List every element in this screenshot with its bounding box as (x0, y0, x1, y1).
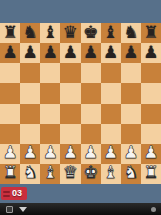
square-b4[interactable] (20, 104, 40, 124)
piece-black-pawn: ♟ (83, 44, 98, 61)
piece-white-queen: ♛ (63, 164, 78, 181)
square-d6[interactable] (60, 63, 80, 83)
piece-black-queen: ♛ (63, 24, 78, 41)
piece-white-pawn: ♟ (123, 144, 138, 161)
square-c7[interactable]: ♟ (40, 43, 60, 63)
piece-black-pawn: ♟ (123, 44, 138, 61)
square-d8[interactable]: ♛ (60, 23, 80, 43)
board-frame-bottom: 03 (0, 184, 161, 203)
square-b3[interactable] (20, 124, 40, 144)
square-g8[interactable]: ♞ (121, 23, 141, 43)
move-counter-badge: 03 (1, 187, 27, 200)
square-a3[interactable] (0, 124, 20, 144)
square-b6[interactable] (20, 63, 40, 83)
square-h1[interactable]: ♜ (141, 164, 161, 184)
overflow-dot-icon[interactable] (151, 207, 156, 212)
piece-black-pawn: ♟ (103, 44, 118, 61)
piece-black-rook: ♜ (143, 24, 158, 41)
square-c1[interactable]: ♝ (40, 164, 60, 184)
square-c3[interactable] (40, 124, 60, 144)
square-a1[interactable]: ♜ (0, 164, 20, 184)
piece-white-knight: ♞ (123, 164, 138, 181)
square-g7[interactable]: ♟ (121, 43, 141, 63)
square-c5[interactable] (40, 83, 60, 103)
square-h2[interactable]: ♟ (141, 144, 161, 164)
piece-white-rook: ♜ (143, 164, 158, 181)
square-b5[interactable] (20, 83, 40, 103)
square-e6[interactable] (81, 63, 101, 83)
square-b7[interactable]: ♟ (20, 43, 40, 63)
square-h5[interactable] (141, 83, 161, 103)
piece-black-pawn: ♟ (143, 44, 158, 61)
square-c2[interactable]: ♟ (40, 144, 60, 164)
square-h6[interactable] (141, 63, 161, 83)
square-g4[interactable] (121, 104, 141, 124)
square-a7[interactable]: ♟ (0, 43, 20, 63)
square-g5[interactable] (121, 83, 141, 103)
square-g1[interactable]: ♞ (121, 164, 141, 184)
square-d3[interactable] (60, 124, 80, 144)
piece-black-king: ♚ (83, 24, 98, 41)
piece-black-rook: ♜ (2, 24, 17, 41)
square-f2[interactable]: ♟ (101, 144, 121, 164)
square-f6[interactable] (101, 63, 121, 83)
piece-black-bishop: ♝ (103, 24, 118, 41)
square-f7[interactable]: ♟ (101, 43, 121, 63)
piece-white-pawn: ♟ (2, 144, 17, 161)
square-d1[interactable]: ♛ (60, 164, 80, 184)
square-h3[interactable] (141, 124, 161, 144)
square-d2[interactable]: ♟ (60, 144, 80, 164)
piece-white-pawn: ♟ (143, 144, 158, 161)
board-frame-top (0, 0, 161, 23)
square-c4[interactable] (40, 104, 60, 124)
piece-white-knight: ♞ (23, 164, 38, 181)
square-c8[interactable]: ♝ (40, 23, 60, 43)
square-d7[interactable]: ♟ (60, 43, 80, 63)
piece-white-bishop: ♝ (103, 164, 118, 181)
square-b1[interactable]: ♞ (20, 164, 40, 184)
piece-white-pawn: ♟ (43, 144, 58, 161)
square-h8[interactable]: ♜ (141, 23, 161, 43)
piece-white-rook: ♜ (2, 164, 17, 181)
piece-white-king: ♚ (83, 164, 98, 181)
square-a4[interactable] (0, 104, 20, 124)
piece-white-pawn: ♟ (23, 144, 38, 161)
square-g6[interactable] (121, 63, 141, 83)
square-b2[interactable]: ♟ (20, 144, 40, 164)
square-e1[interactable]: ♚ (81, 164, 101, 184)
square-c6[interactable] (40, 63, 60, 83)
square-a8[interactable]: ♜ (0, 23, 20, 43)
square-f8[interactable]: ♝ (101, 23, 121, 43)
square-e4[interactable] (81, 104, 101, 124)
dropdown-arrow-icon[interactable] (19, 207, 27, 212)
piece-black-pawn: ♟ (23, 44, 38, 61)
square-e5[interactable] (81, 83, 101, 103)
square-a5[interactable] (0, 83, 20, 103)
square-b8[interactable]: ♞ (20, 23, 40, 43)
square-h4[interactable] (141, 104, 161, 124)
piece-black-pawn: ♟ (2, 44, 17, 61)
square-f3[interactable] (101, 124, 121, 144)
square-f1[interactable]: ♝ (101, 164, 121, 184)
square-a6[interactable] (0, 63, 20, 83)
square-e3[interactable] (81, 124, 101, 144)
piece-black-knight: ♞ (123, 24, 138, 41)
square-e7[interactable]: ♟ (81, 43, 101, 63)
bottom-system-bar (0, 203, 161, 215)
square-h7[interactable]: ♟ (141, 43, 161, 63)
piece-black-pawn: ♟ (43, 44, 58, 61)
square-a2[interactable]: ♟ (0, 144, 20, 164)
square-d4[interactable] (60, 104, 80, 124)
piece-white-pawn: ♟ (103, 144, 118, 161)
piece-black-pawn: ♟ (63, 44, 78, 61)
window-icon[interactable] (6, 206, 13, 213)
piece-white-pawn: ♟ (63, 144, 78, 161)
chess-board: ♜♞♝♛♚♝♞♜♟♟♟♟♟♟♟♟♟♟♟♟♟♟♟♟♜♞♝♛♚♝♞♜ (0, 23, 161, 184)
list-lines-icon (3, 191, 10, 197)
piece-white-bishop: ♝ (43, 164, 58, 181)
square-g2[interactable]: ♟ (121, 144, 141, 164)
piece-white-pawn: ♟ (83, 144, 98, 161)
square-d5[interactable] (60, 83, 80, 103)
square-e2[interactable]: ♟ (81, 144, 101, 164)
move-counter-value: 03 (12, 187, 22, 200)
piece-black-knight: ♞ (23, 24, 38, 41)
square-f4[interactable] (101, 104, 121, 124)
square-f5[interactable] (101, 83, 121, 103)
square-e8[interactable]: ♚ (81, 23, 101, 43)
square-g3[interactable] (121, 124, 141, 144)
piece-black-bishop: ♝ (43, 24, 58, 41)
